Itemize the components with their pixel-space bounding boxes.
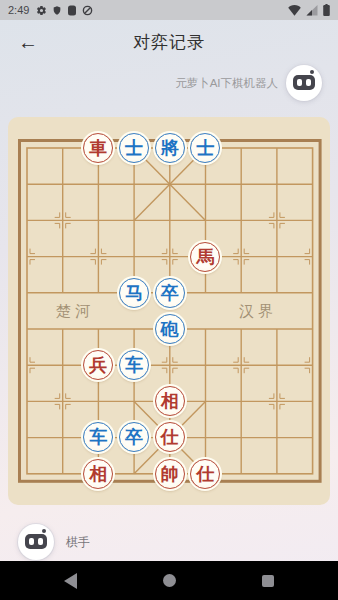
piece-red-elephant[interactable]: 相: [83, 459, 113, 489]
nav-home-icon[interactable]: [163, 574, 176, 587]
robot-antenna-icon: [310, 70, 314, 74]
piece-red-advisor[interactable]: 仕: [190, 459, 220, 489]
player-row: 棋手: [18, 524, 90, 560]
piece-blue-horse[interactable]: 马: [119, 278, 149, 308]
piece-red-soldier[interactable]: 兵: [83, 350, 113, 380]
piece-blue-advisor[interactable]: 士: [190, 133, 220, 163]
nav-back-icon[interactable]: [64, 573, 77, 589]
piece-blue-soldier[interactable]: 卒: [155, 278, 185, 308]
xiangqi-board[interactable]: 楚河 汉界 車士將士馬马卒砲兵车相车卒仕相帥仕: [8, 117, 330, 505]
page-title: 对弈记录: [0, 31, 338, 54]
android-nav-bar: [0, 561, 338, 600]
piece-blue-general[interactable]: 將: [155, 133, 185, 163]
nav-recents-icon[interactable]: [262, 575, 274, 587]
cell-signal-icon: [306, 5, 318, 16]
shield-icon: [52, 5, 62, 16]
piece-blue-soldier[interactable]: 卒: [119, 422, 149, 452]
piece-red-chariot[interactable]: 車: [83, 133, 113, 163]
back-button[interactable]: ←: [14, 28, 42, 56]
piece-red-elephant[interactable]: 相: [155, 386, 185, 416]
player-name: 棋手: [66, 534, 90, 551]
app-header: ← 对弈记录: [0, 20, 338, 64]
robot-antenna-icon: [42, 529, 46, 533]
battery-icon: [323, 4, 330, 16]
status-bar: 2:49: [0, 0, 338, 20]
piece-red-general[interactable]: 帥: [155, 459, 185, 489]
rounded-square-icon: [67, 5, 77, 16]
piece-grid: 車士將士馬马卒砲兵车相车卒仕相帥仕: [9, 130, 330, 492]
robot-head-icon: [293, 75, 315, 90]
clock: 2:49: [8, 4, 29, 16]
piece-red-advisor[interactable]: 仕: [155, 422, 185, 452]
piece-blue-chariot[interactable]: 车: [119, 350, 149, 380]
data-saver-icon: [82, 5, 93, 16]
opponent-name: 元萝卜AI下棋机器人: [175, 76, 278, 91]
gear-icon: [36, 5, 47, 16]
opponent-row: 元萝卜AI下棋机器人: [175, 65, 322, 101]
piece-blue-advisor[interactable]: 士: [119, 133, 149, 163]
player-robot-avatar: [18, 524, 54, 560]
opponent-robot-avatar: [286, 65, 322, 101]
piece-red-horse[interactable]: 馬: [190, 242, 220, 272]
piece-blue-cannon[interactable]: 砲: [155, 314, 185, 344]
wifi-icon: [288, 5, 301, 16]
piece-blue-chariot[interactable]: 车: [83, 422, 113, 452]
robot-head-icon: [25, 534, 47, 549]
